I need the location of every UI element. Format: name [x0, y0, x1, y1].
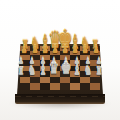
square-g1	[80, 83, 90, 90]
square-d1	[50, 83, 60, 90]
product-photo: ♜♞♝♛♚♝♞♜♟♟♟♟♟♟♟♟♟♟♟♟♟♟♟♟♜♞♝♛♚♝♞♜	[0, 0, 120, 120]
square-c1	[40, 83, 50, 90]
chess-board	[17, 44, 103, 95]
square-h1	[90, 83, 100, 90]
square-f1	[70, 83, 80, 90]
square-a1	[20, 83, 30, 90]
square-b1	[30, 83, 40, 90]
board-box-front	[15, 94, 105, 104]
board-grid	[20, 46, 100, 90]
square-e1	[60, 83, 70, 90]
